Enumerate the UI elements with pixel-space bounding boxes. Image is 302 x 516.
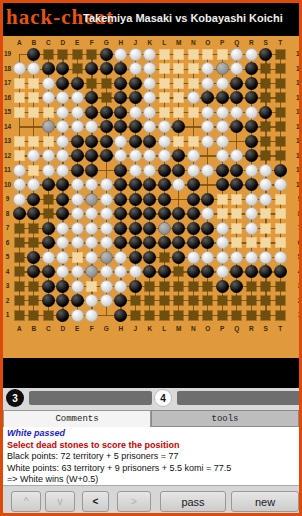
intersection-N13[interactable]: [186, 134, 201, 149]
intersection-A9[interactable]: [12, 192, 27, 207]
black-stone[interactable]: [71, 135, 84, 148]
intersection-J14[interactable]: [128, 120, 143, 135]
black-stone[interactable]: [114, 120, 127, 133]
intersection-G6[interactable]: [99, 236, 114, 251]
intersection-K17[interactable]: [143, 76, 158, 91]
black-stone[interactable]: [245, 135, 258, 148]
intersection-T7[interactable]: [273, 221, 288, 236]
intersection-J1[interactable]: [128, 308, 143, 323]
intersection-N10[interactable]: [186, 178, 201, 193]
intersection-H3[interactable]: [114, 279, 129, 294]
intersection-P12[interactable]: [215, 149, 230, 164]
black-stone[interactable]: [13, 207, 26, 220]
intersection-O16[interactable]: [201, 91, 216, 106]
intersection-D2[interactable]: [56, 294, 71, 309]
intersection-D10[interactable]: [56, 178, 71, 193]
intersection-C14[interactable]: [41, 120, 56, 135]
white-stone[interactable]: [143, 120, 156, 133]
white-stone[interactable]: [129, 149, 142, 162]
intersection-K1[interactable]: [143, 308, 158, 323]
black-stone[interactable]: [201, 265, 214, 278]
black-stone[interactable]: [129, 222, 142, 235]
intersection-B3[interactable]: [27, 279, 42, 294]
black-stone[interactable]: [259, 106, 272, 119]
intersection-G15[interactable]: [99, 105, 114, 120]
intersection-H2[interactable]: [114, 294, 129, 309]
white-stone[interactable]: [201, 251, 214, 264]
intersection-N12[interactable]: [186, 149, 201, 164]
black-stone[interactable]: [201, 236, 214, 249]
white-stone[interactable]: [245, 48, 258, 61]
intersection-Q12[interactable]: [230, 149, 245, 164]
intersection-J16[interactable]: [128, 91, 143, 106]
black-stone[interactable]: [56, 280, 69, 293]
black-stone[interactable]: [143, 193, 156, 206]
black-stone[interactable]: [42, 178, 55, 191]
intersection-O17[interactable]: [201, 76, 216, 91]
intersection-G18[interactable]: [99, 62, 114, 77]
intersection-H7[interactable]: [114, 221, 129, 236]
intersection-M19[interactable]: [172, 47, 187, 62]
intersection-G13[interactable]: [99, 134, 114, 149]
intersection-J3[interactable]: [128, 279, 143, 294]
black-stone[interactable]: [27, 251, 40, 264]
intersection-B2[interactable]: [27, 294, 42, 309]
intersection-C11[interactable]: [41, 163, 56, 178]
white-stone[interactable]: [245, 193, 258, 206]
white-stone[interactable]: [129, 164, 142, 177]
black-stone[interactable]: [230, 120, 243, 133]
black-stone[interactable]: [143, 222, 156, 235]
white-stone[interactable]: [71, 106, 84, 119]
black-stone[interactable]: [114, 236, 127, 249]
white-stone[interactable]: [216, 251, 229, 264]
white-stone[interactable]: [245, 106, 258, 119]
black-stone[interactable]: [129, 280, 142, 293]
pass-button[interactable]: pass: [160, 491, 226, 512]
intersection-N8[interactable]: [186, 207, 201, 222]
white-slider-bar[interactable]: [177, 391, 300, 405]
black-stone[interactable]: [201, 222, 214, 235]
intersection-K5[interactable]: [143, 250, 158, 265]
intersection-F3[interactable]: [85, 279, 100, 294]
white-stone[interactable]: [114, 265, 127, 278]
white-stone[interactable]: [245, 251, 258, 264]
intersection-B19[interactable]: [27, 47, 42, 62]
intersection-N17[interactable]: [186, 76, 201, 91]
intersection-C18[interactable]: [41, 62, 56, 77]
intersection-D8[interactable]: [56, 207, 71, 222]
intersection-D12[interactable]: [56, 149, 71, 164]
white-stone[interactable]: [274, 178, 287, 191]
intersection-O13[interactable]: [201, 134, 216, 149]
black-stone[interactable]: [172, 207, 185, 220]
intersection-M11[interactable]: [172, 163, 187, 178]
black-stone[interactable]: [259, 48, 272, 61]
dead-stone[interactable]: [85, 193, 98, 206]
intersection-Q8[interactable]: [230, 207, 245, 222]
intersection-Q6[interactable]: [230, 236, 245, 251]
intersection-L18[interactable]: [157, 62, 172, 77]
white-stone[interactable]: [56, 236, 69, 249]
intersection-D7[interactable]: [56, 221, 71, 236]
black-stone[interactable]: [114, 294, 127, 307]
intersection-S9[interactable]: [259, 192, 274, 207]
black-stone[interactable]: [114, 222, 127, 235]
white-stone[interactable]: [71, 309, 84, 322]
intersection-T16[interactable]: [273, 91, 288, 106]
intersection-F4[interactable]: [85, 265, 100, 280]
white-stone[interactable]: [129, 62, 142, 75]
intersection-F10[interactable]: [85, 178, 100, 193]
intersection-E17[interactable]: [70, 76, 85, 91]
black-stone[interactable]: [100, 62, 113, 75]
intersection-J19[interactable]: [128, 47, 143, 62]
intersection-J18[interactable]: [128, 62, 143, 77]
intersection-Q2[interactable]: [230, 294, 245, 309]
intersection-F16[interactable]: [85, 91, 100, 106]
white-stone[interactable]: [129, 106, 142, 119]
white-stone[interactable]: [245, 222, 258, 235]
intersection-Q15[interactable]: [230, 105, 245, 120]
white-stone[interactable]: [143, 48, 156, 61]
intersection-S19[interactable]: [259, 47, 274, 62]
black-stone[interactable]: [71, 294, 84, 307]
black-stone[interactable]: [100, 120, 113, 133]
intersection-N7[interactable]: [186, 221, 201, 236]
intersection-A15[interactable]: [12, 105, 27, 120]
black-stone[interactable]: [245, 265, 258, 278]
intersection-C6[interactable]: [41, 236, 56, 251]
intersection-P13[interactable]: [215, 134, 230, 149]
intersection-L16[interactable]: [157, 91, 172, 106]
intersection-F9[interactable]: [85, 192, 100, 207]
white-stone[interactable]: [100, 236, 113, 249]
intersection-L7[interactable]: [157, 221, 172, 236]
white-stone[interactable]: [56, 135, 69, 148]
white-stone[interactable]: [143, 164, 156, 177]
intersection-L3[interactable]: [157, 279, 172, 294]
intersection-S4[interactable]: [259, 265, 274, 280]
intersection-M14[interactable]: [172, 120, 187, 135]
black-stone[interactable]: [114, 193, 127, 206]
intersection-B8[interactable]: [27, 207, 42, 222]
black-stone[interactable]: [216, 280, 229, 293]
down-button[interactable]: v: [45, 491, 75, 512]
black-slider-bar[interactable]: [29, 391, 152, 405]
intersection-K10[interactable]: [143, 178, 158, 193]
black-stone[interactable]: [143, 207, 156, 220]
intersection-N15[interactable]: [186, 105, 201, 120]
intersection-P7[interactable]: [215, 221, 230, 236]
white-stone[interactable]: [85, 294, 98, 307]
intersection-R5[interactable]: [244, 250, 259, 265]
white-stone[interactable]: [201, 62, 214, 75]
white-stone[interactable]: [187, 91, 200, 104]
intersection-T15[interactable]: [273, 105, 288, 120]
intersection-S8[interactable]: [259, 207, 274, 222]
dead-stone[interactable]: [100, 251, 113, 264]
intersection-E11[interactable]: [70, 163, 85, 178]
black-stone[interactable]: [245, 77, 258, 90]
intersection-J5[interactable]: [128, 250, 143, 265]
intersection-M2[interactable]: [172, 294, 187, 309]
intersection-F5[interactable]: [85, 250, 100, 265]
white-stone[interactable]: [56, 222, 69, 235]
white-stone[interactable]: [56, 91, 69, 104]
black-stone[interactable]: [42, 294, 55, 307]
intersection-P4[interactable]: [215, 265, 230, 280]
intersection-Q14[interactable]: [230, 120, 245, 135]
white-stone[interactable]: [42, 149, 55, 162]
intersection-H10[interactable]: [114, 178, 129, 193]
intersection-E7[interactable]: [70, 221, 85, 236]
intersection-Q7[interactable]: [230, 221, 245, 236]
black-stone[interactable]: [187, 236, 200, 249]
intersection-H9[interactable]: [114, 192, 129, 207]
white-stone[interactable]: [143, 62, 156, 75]
intersection-G4[interactable]: [99, 265, 114, 280]
intersection-G1[interactable]: [99, 308, 114, 323]
intersection-O14[interactable]: [201, 120, 216, 135]
intersection-R2[interactable]: [244, 294, 259, 309]
intersection-H8[interactable]: [114, 207, 129, 222]
black-stone[interactable]: [274, 164, 287, 177]
intersection-A1[interactable]: [12, 308, 27, 323]
black-stone[interactable]: [129, 91, 142, 104]
black-stone[interactable]: [114, 91, 127, 104]
black-stone[interactable]: [114, 178, 127, 191]
white-stone[interactable]: [201, 120, 214, 133]
intersection-G3[interactable]: [99, 279, 114, 294]
black-stone[interactable]: [172, 236, 185, 249]
intersection-H16[interactable]: [114, 91, 129, 106]
intersection-C19[interactable]: [41, 47, 56, 62]
black-stone[interactable]: [129, 251, 142, 264]
white-stone[interactable]: [201, 106, 214, 119]
black-stone[interactable]: [230, 164, 243, 177]
black-stone[interactable]: [42, 280, 55, 293]
intersection-B7[interactable]: [27, 221, 42, 236]
white-stone[interactable]: [85, 236, 98, 249]
intersection-T10[interactable]: [273, 178, 288, 193]
black-stone[interactable]: [158, 164, 171, 177]
intersection-R7[interactable]: [244, 221, 259, 236]
white-stone[interactable]: [100, 280, 113, 293]
intersection-B13[interactable]: [27, 134, 42, 149]
intersection-J2[interactable]: [128, 294, 143, 309]
intersection-E1[interactable]: [70, 308, 85, 323]
intersection-P1[interactable]: [215, 308, 230, 323]
black-stone[interactable]: [187, 222, 200, 235]
intersection-G11[interactable]: [99, 163, 114, 178]
white-stone[interactable]: [129, 265, 142, 278]
black-stone[interactable]: [56, 207, 69, 220]
intersection-N2[interactable]: [186, 294, 201, 309]
intersection-E12[interactable]: [70, 149, 85, 164]
white-stone[interactable]: [230, 251, 243, 264]
intersection-L13[interactable]: [157, 134, 172, 149]
white-stone[interactable]: [143, 91, 156, 104]
white-stone[interactable]: [56, 164, 69, 177]
intersection-A14[interactable]: [12, 120, 27, 135]
intersection-D15[interactable]: [56, 105, 71, 120]
intersection-D5[interactable]: [56, 250, 71, 265]
intersection-Q18[interactable]: [230, 62, 245, 77]
new-game-button[interactable]: new: [231, 491, 299, 512]
white-stone[interactable]: [71, 222, 84, 235]
white-stone[interactable]: [114, 280, 127, 293]
intersection-L4[interactable]: [157, 265, 172, 280]
intersection-O6[interactable]: [201, 236, 216, 251]
black-stone[interactable]: [42, 222, 55, 235]
intersection-F17[interactable]: [85, 76, 100, 91]
intersection-F18[interactable]: [85, 62, 100, 77]
intersection-K9[interactable]: [143, 192, 158, 207]
intersection-A16[interactable]: [12, 91, 27, 106]
intersection-P15[interactable]: [215, 105, 230, 120]
intersection-K7[interactable]: [143, 221, 158, 236]
intersection-N5[interactable]: [186, 250, 201, 265]
intersection-O2[interactable]: [201, 294, 216, 309]
white-stone[interactable]: [13, 62, 26, 75]
intersection-P6[interactable]: [215, 236, 230, 251]
intersection-B14[interactable]: [27, 120, 42, 135]
intersection-S13[interactable]: [259, 134, 274, 149]
intersection-O8[interactable]: [201, 207, 216, 222]
white-stone[interactable]: [259, 164, 272, 177]
white-stone[interactable]: [201, 77, 214, 90]
dead-stone[interactable]: [85, 265, 98, 278]
intersection-R14[interactable]: [244, 120, 259, 135]
intersection-Q19[interactable]: [230, 47, 245, 62]
intersection-A13[interactable]: [12, 134, 27, 149]
intersection-E3[interactable]: [70, 279, 85, 294]
black-stone[interactable]: [27, 265, 40, 278]
black-stone[interactable]: [230, 77, 243, 90]
intersection-H15[interactable]: [114, 105, 129, 120]
black-stone[interactable]: [114, 164, 127, 177]
white-stone[interactable]: [201, 164, 214, 177]
white-stone[interactable]: [71, 91, 84, 104]
black-stone[interactable]: [158, 207, 171, 220]
intersection-Q1[interactable]: [230, 308, 245, 323]
dead-stone[interactable]: [158, 222, 171, 235]
intersection-S18[interactable]: [259, 62, 274, 77]
intersection-A2[interactable]: [12, 294, 27, 309]
intersection-P14[interactable]: [215, 120, 230, 135]
intersection-K11[interactable]: [143, 163, 158, 178]
white-stone[interactable]: [201, 207, 214, 220]
white-stone[interactable]: [85, 222, 98, 235]
intersection-S16[interactable]: [259, 91, 274, 106]
intersection-A19[interactable]: [12, 47, 27, 62]
intersection-H19[interactable]: [114, 47, 129, 62]
intersection-R11[interactable]: [244, 163, 259, 178]
intersection-J8[interactable]: [128, 207, 143, 222]
intersection-N9[interactable]: [186, 192, 201, 207]
intersection-S11[interactable]: [259, 163, 274, 178]
white-stone[interactable]: [42, 164, 55, 177]
intersection-F15[interactable]: [85, 105, 100, 120]
intersection-R17[interactable]: [244, 76, 259, 91]
intersection-K16[interactable]: [143, 91, 158, 106]
black-stone[interactable]: [27, 207, 40, 220]
intersection-D13[interactable]: [56, 134, 71, 149]
white-stone[interactable]: [216, 120, 229, 133]
white-stone[interactable]: [216, 222, 229, 235]
white-stone[interactable]: [100, 207, 113, 220]
intersection-B4[interactable]: [27, 265, 42, 280]
intersection-A10[interactable]: [12, 178, 27, 193]
intersection-E5[interactable]: [70, 250, 85, 265]
intersection-K3[interactable]: [143, 279, 158, 294]
black-stone[interactable]: [100, 106, 113, 119]
black-stone[interactable]: [158, 178, 171, 191]
black-stone[interactable]: [114, 62, 127, 75]
black-stone[interactable]: [42, 62, 55, 75]
intersection-G10[interactable]: [99, 178, 114, 193]
intersection-Q9[interactable]: [230, 192, 245, 207]
intersection-G8[interactable]: [99, 207, 114, 222]
white-stone[interactable]: [187, 251, 200, 264]
intersection-M1[interactable]: [172, 308, 187, 323]
intersection-E2[interactable]: [70, 294, 85, 309]
white-stone[interactable]: [71, 265, 84, 278]
intersection-J4[interactable]: [128, 265, 143, 280]
intersection-J6[interactable]: [128, 236, 143, 251]
intersection-F13[interactable]: [85, 134, 100, 149]
intersection-T2[interactable]: [273, 294, 288, 309]
intersection-L15[interactable]: [157, 105, 172, 120]
intersection-E8[interactable]: [70, 207, 85, 222]
intersection-T8[interactable]: [273, 207, 288, 222]
white-stone[interactable]: [71, 120, 84, 133]
tab-comments[interactable]: Comments: [3, 410, 151, 427]
black-stone[interactable]: [100, 135, 113, 148]
black-stone[interactable]: [129, 207, 142, 220]
black-stone[interactable]: [85, 135, 98, 148]
intersection-Q3[interactable]: [230, 279, 245, 294]
intersection-A3[interactable]: [12, 279, 27, 294]
intersection-F7[interactable]: [85, 221, 100, 236]
intersection-E14[interactable]: [70, 120, 85, 135]
intersection-B12[interactable]: [27, 149, 42, 164]
black-stone[interactable]: [56, 178, 69, 191]
intersection-B16[interactable]: [27, 91, 42, 106]
intersection-P11[interactable]: [215, 163, 230, 178]
black-stone[interactable]: [42, 236, 55, 249]
black-stone[interactable]: [143, 236, 156, 249]
black-stone[interactable]: [230, 280, 243, 293]
white-stone[interactable]: [56, 265, 69, 278]
intersection-S2[interactable]: [259, 294, 274, 309]
white-stone[interactable]: [85, 251, 98, 264]
black-stone[interactable]: [172, 164, 185, 177]
intersection-F6[interactable]: [85, 236, 100, 251]
intersection-O4[interactable]: [201, 265, 216, 280]
white-stone[interactable]: [187, 149, 200, 162]
black-stone[interactable]: [143, 135, 156, 148]
intersection-R13[interactable]: [244, 134, 259, 149]
intersection-S7[interactable]: [259, 221, 274, 236]
intersection-Q4[interactable]: [230, 265, 245, 280]
white-stone[interactable]: [27, 178, 40, 191]
intersection-B1[interactable]: [27, 308, 42, 323]
intersection-L1[interactable]: [157, 308, 172, 323]
intersection-T14[interactable]: [273, 120, 288, 135]
intersection-M8[interactable]: [172, 207, 187, 222]
